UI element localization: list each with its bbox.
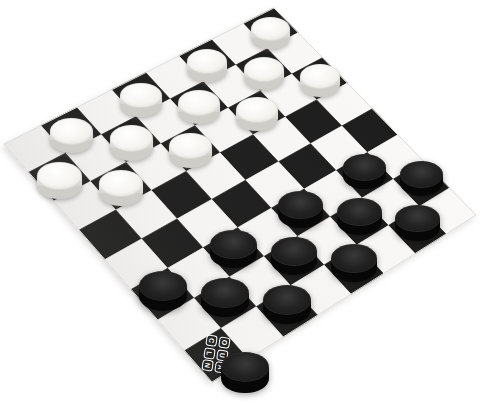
white-piece[interactable] <box>178 90 220 124</box>
black-piece-off-board[interactable] <box>221 352 269 393</box>
checkers-set-photo: C O L U N A <box>0 0 500 418</box>
piece-top-face <box>236 97 278 123</box>
piece-top-face <box>271 237 317 266</box>
black-piece[interactable] <box>400 161 443 197</box>
logo-letter: C <box>208 338 216 344</box>
piece-top-face <box>300 64 340 89</box>
white-piece[interactable] <box>169 133 212 169</box>
black-piece[interactable] <box>331 244 377 282</box>
white-piece[interactable] <box>236 97 278 131</box>
white-piece[interactable] <box>110 125 153 161</box>
piece-top-face <box>201 278 249 308</box>
piece-top-face <box>37 162 82 190</box>
white-piece[interactable] <box>37 162 82 199</box>
black-piece[interactable] <box>278 191 323 228</box>
black-piece[interactable] <box>201 278 249 317</box>
logo-letter: L <box>206 350 214 355</box>
black-piece[interactable] <box>210 230 256 268</box>
piece-top-face <box>139 271 187 301</box>
black-piece[interactable] <box>271 237 317 275</box>
piece-top-face <box>221 352 269 382</box>
piece-top-face <box>395 205 440 233</box>
black-piece[interactable] <box>343 154 386 190</box>
logo-letter-box: O <box>219 336 232 349</box>
piece-top-face <box>110 125 153 152</box>
logo-letter-box: L <box>204 347 217 360</box>
logo-letter: O <box>221 339 229 345</box>
piece-top-face <box>244 57 284 82</box>
white-piece[interactable] <box>120 83 162 117</box>
logo-letter-box: N <box>202 359 215 372</box>
black-piece[interactable] <box>337 198 382 235</box>
white-piece[interactable] <box>99 170 144 207</box>
piece-top-face <box>178 90 220 116</box>
black-piece[interactable] <box>395 205 440 242</box>
white-piece[interactable] <box>251 17 290 49</box>
white-piece[interactable] <box>300 64 340 97</box>
black-piece[interactable] <box>139 271 187 310</box>
piece-top-face <box>210 230 256 259</box>
piece-top-face <box>120 83 162 109</box>
piece-top-face <box>343 154 386 181</box>
piece-top-face <box>400 161 443 188</box>
white-piece[interactable] <box>50 118 93 154</box>
piece-top-face <box>278 191 323 219</box>
piece-top-face <box>50 118 93 145</box>
black-piece[interactable] <box>263 285 311 324</box>
piece-top-face <box>331 244 377 273</box>
white-piece[interactable] <box>244 57 284 90</box>
piece-top-face <box>263 285 311 315</box>
logo-letter: N <box>204 362 212 368</box>
white-piece[interactable] <box>187 49 227 82</box>
logo-letter-box: C <box>206 334 219 347</box>
piece-top-face <box>337 198 382 226</box>
